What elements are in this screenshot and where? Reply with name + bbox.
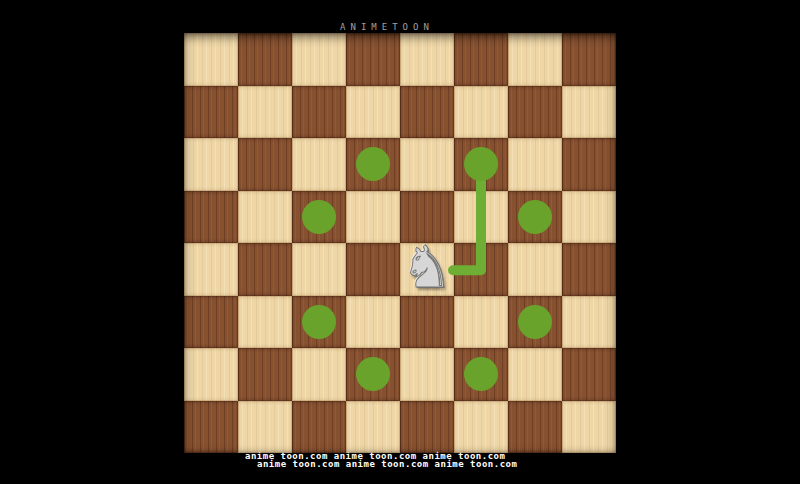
square-f3[interactable] xyxy=(454,296,508,349)
move-target-dot-c5[interactable] xyxy=(302,200,336,234)
square-g2[interactable] xyxy=(508,348,562,401)
square-c4[interactable] xyxy=(292,243,346,296)
square-f8[interactable] xyxy=(454,33,508,86)
move-target-dot-f2[interactable] xyxy=(464,357,498,391)
square-f5[interactable] xyxy=(454,191,508,244)
square-h3[interactable] xyxy=(562,296,616,349)
square-h6[interactable] xyxy=(562,138,616,191)
square-e2[interactable] xyxy=(400,348,454,401)
square-d4[interactable] xyxy=(346,243,400,296)
square-a3[interactable] xyxy=(184,296,238,349)
square-b3[interactable] xyxy=(238,296,292,349)
square-h2[interactable] xyxy=(562,348,616,401)
move-target-dot-f6[interactable] xyxy=(464,147,498,181)
square-b1[interactable] xyxy=(238,401,292,454)
square-a2[interactable] xyxy=(184,348,238,401)
square-b7[interactable] xyxy=(238,86,292,139)
square-h1[interactable] xyxy=(562,401,616,454)
square-c6[interactable] xyxy=(292,138,346,191)
square-h4[interactable] xyxy=(562,243,616,296)
move-target-dot-g3[interactable] xyxy=(518,305,552,339)
square-g1[interactable] xyxy=(508,401,562,454)
square-h5[interactable] xyxy=(562,191,616,244)
square-b8[interactable] xyxy=(238,33,292,86)
square-g4[interactable] xyxy=(508,243,562,296)
square-d1[interactable] xyxy=(346,401,400,454)
square-f4[interactable] xyxy=(454,243,508,296)
square-a1[interactable] xyxy=(184,401,238,454)
square-a4[interactable] xyxy=(184,243,238,296)
square-f7[interactable] xyxy=(454,86,508,139)
move-target-dot-c3[interactable] xyxy=(302,305,336,339)
square-e1[interactable] xyxy=(400,401,454,454)
square-h7[interactable] xyxy=(562,86,616,139)
square-d7[interactable] xyxy=(346,86,400,139)
watermark-line-2: anime toon.com anime toon.com anime toon… xyxy=(257,460,517,468)
square-a8[interactable] xyxy=(184,33,238,86)
square-e6[interactable] xyxy=(400,138,454,191)
move-target-dot-d2[interactable] xyxy=(356,357,390,391)
chess-board: ♞ xyxy=(184,33,616,453)
square-h8[interactable] xyxy=(562,33,616,86)
square-g8[interactable] xyxy=(508,33,562,86)
square-a5[interactable] xyxy=(184,191,238,244)
square-c2[interactable] xyxy=(292,348,346,401)
square-f1[interactable] xyxy=(454,401,508,454)
square-a6[interactable] xyxy=(184,138,238,191)
square-c7[interactable] xyxy=(292,86,346,139)
square-e8[interactable] xyxy=(400,33,454,86)
square-d8[interactable] xyxy=(346,33,400,86)
page: { "game": "chess", "title": "ANIMETOON",… xyxy=(0,0,800,484)
move-target-dot-g5[interactable] xyxy=(518,200,552,234)
site-title: ANIMETOON xyxy=(0,22,787,33)
square-b2[interactable] xyxy=(238,348,292,401)
square-b5[interactable] xyxy=(238,191,292,244)
square-b4[interactable] xyxy=(238,243,292,296)
square-d5[interactable] xyxy=(346,191,400,244)
square-e7[interactable] xyxy=(400,86,454,139)
square-c8[interactable] xyxy=(292,33,346,86)
square-a7[interactable] xyxy=(184,86,238,139)
square-e3[interactable] xyxy=(400,296,454,349)
square-d3[interactable] xyxy=(346,296,400,349)
square-g7[interactable] xyxy=(508,86,562,139)
white-knight-e4[interactable]: ♞ xyxy=(401,238,453,296)
square-b6[interactable] xyxy=(238,138,292,191)
move-target-dot-d6[interactable] xyxy=(356,147,390,181)
square-c1[interactable] xyxy=(292,401,346,454)
square-g6[interactable] xyxy=(508,138,562,191)
